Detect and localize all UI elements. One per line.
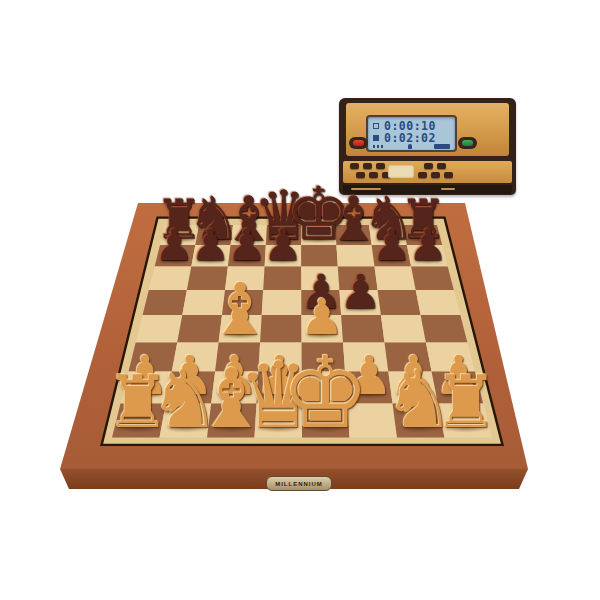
square-h4[interactable] [421, 315, 468, 343]
piece-black-pawn-h7[interactable]: ♟ [368, 224, 488, 268]
brand-plaque: MILLENNIUM [266, 476, 332, 491]
piece-white-pawn-e4[interactable]: ♟ [262, 293, 382, 342]
piece-black-pawn-d7[interactable]: ♟ [223, 224, 343, 268]
piece-white-rook-h1[interactable]: ♜ [406, 366, 526, 439]
square-a4[interactable] [136, 315, 183, 343]
brand-plaque-label: MILLENNIUM [275, 481, 323, 487]
square-g4[interactable] [381, 315, 426, 343]
product-photo: 0:00:10 0:02:02 [0, 0, 600, 600]
square-h5[interactable] [416, 290, 461, 315]
